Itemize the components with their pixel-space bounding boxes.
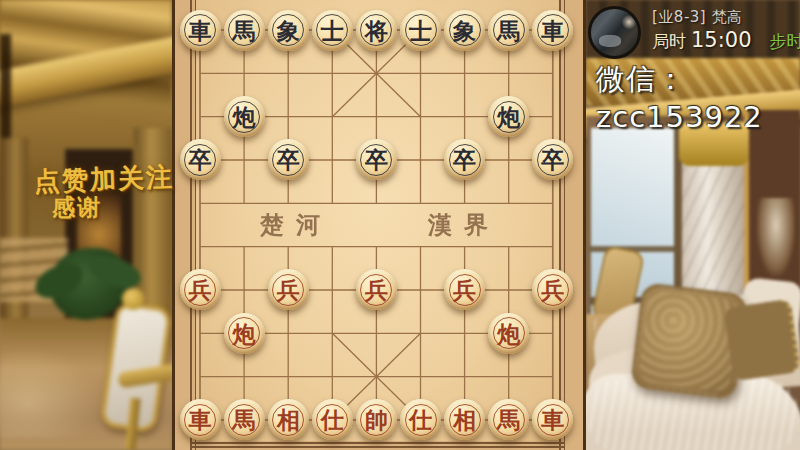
gold-pillow-small xyxy=(723,299,800,382)
piece-red-soldier[interactable]: 兵 xyxy=(444,269,485,310)
left-background-panel xyxy=(0,0,172,450)
move-time-label: 步时 xyxy=(770,30,800,53)
piece-black-chariot[interactable]: 車 xyxy=(180,10,221,51)
piece-black-cannon[interactable]: 炮 xyxy=(224,96,265,137)
wechat-watermark: 微信：zcc153922 xyxy=(596,60,800,134)
piece-black-soldier[interactable]: 卒 xyxy=(268,139,309,180)
piece-red-general[interactable]: 帥 xyxy=(356,399,397,440)
piece-black-soldier[interactable]: 卒 xyxy=(532,139,573,180)
piece-black-advisor[interactable]: 士 xyxy=(400,10,441,51)
piece-red-soldier[interactable]: 兵 xyxy=(356,269,397,310)
piece-red-soldier[interactable]: 兵 xyxy=(268,269,309,310)
piece-red-soldier[interactable]: 兵 xyxy=(180,269,221,310)
piece-red-elephant[interactable]: 相 xyxy=(444,399,485,440)
piece-black-advisor[interactable]: 士 xyxy=(312,10,353,51)
player-info-panel: [业8-3] 梵高 局时 15:00 步时 00:30 xyxy=(586,0,800,62)
game-time-label: 局时 xyxy=(652,30,686,53)
piece-red-chariot[interactable]: 車 xyxy=(180,399,221,440)
piece-black-general[interactable]: 将 xyxy=(356,10,397,51)
piece-black-horse[interactable]: 馬 xyxy=(488,10,529,51)
piece-black-elephant[interactable]: 象 xyxy=(444,10,485,51)
piece-red-advisor[interactable]: 仕 xyxy=(400,399,441,440)
piece-red-chariot[interactable]: 車 xyxy=(532,399,573,440)
piece-red-horse[interactable]: 馬 xyxy=(224,399,265,440)
piece-black-soldier[interactable]: 卒 xyxy=(444,139,485,180)
piece-red-advisor[interactable]: 仕 xyxy=(312,399,353,440)
door-edge-shadow xyxy=(0,34,11,150)
xiangqi-board[interactable]: 楚河 漢界 車馬象士将士象馬車炮炮卒卒卒卒卒兵兵兵兵兵炮炮車馬相仕帥仕相馬車 xyxy=(172,0,586,450)
piece-red-elephant[interactable]: 相 xyxy=(268,399,309,440)
piece-black-soldier[interactable]: 卒 xyxy=(180,139,221,180)
piece-black-horse[interactable]: 馬 xyxy=(224,10,265,51)
clock-row: 局时 15:00 步时 00:30 xyxy=(652,28,800,53)
player-name-badge: [业8-3] 梵高 xyxy=(652,8,742,27)
pieces-layer: 車馬象士将士象馬車炮炮卒卒卒卒卒兵兵兵兵兵炮炮車馬相仕帥仕相馬車 xyxy=(172,0,586,450)
piece-red-cannon[interactable]: 炮 xyxy=(224,313,265,354)
game-time-value: 15:00 xyxy=(691,28,752,52)
piece-black-elephant[interactable]: 象 xyxy=(268,10,309,51)
piece-red-soldier[interactable]: 兵 xyxy=(532,269,573,310)
player-avatar xyxy=(588,6,641,59)
piece-black-soldier[interactable]: 卒 xyxy=(356,139,397,180)
piece-red-horse[interactable]: 馬 xyxy=(488,399,529,440)
left-background-decor xyxy=(0,0,172,450)
piece-black-cannon[interactable]: 炮 xyxy=(488,96,529,137)
piece-black-chariot[interactable]: 車 xyxy=(532,10,573,51)
piece-red-cannon[interactable]: 炮 xyxy=(488,313,529,354)
thanks-banner: 感谢 xyxy=(52,192,102,223)
stream-frame: 楚河 漢界 車馬象士将士象馬車炮炮卒卒卒卒卒兵兵兵兵兵炮炮車馬相仕帥仕相馬車 [… xyxy=(0,0,800,450)
